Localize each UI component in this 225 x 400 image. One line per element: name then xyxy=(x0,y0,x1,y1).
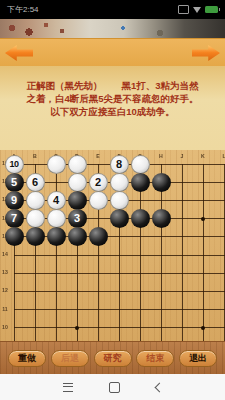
coord-number-12: 12 xyxy=(2,288,8,294)
status-bar: 下午2:54 xyxy=(0,0,225,19)
stone-C17: 4 xyxy=(47,191,66,210)
coord-letter-J: J xyxy=(179,154,185,160)
stone-F18 xyxy=(110,173,129,192)
clock: 下午2:54 xyxy=(7,4,39,15)
stone-B18: 6 xyxy=(26,173,45,192)
prev-arrow-icon[interactable] xyxy=(5,45,33,61)
stone-H16 xyxy=(152,209,171,228)
stone-D16: 3 xyxy=(68,209,87,228)
stone-B16 xyxy=(26,209,45,228)
wifi-icon xyxy=(193,7,201,13)
end-button[interactable]: 结束 xyxy=(136,350,174,367)
coord-number-10: 10 xyxy=(2,324,8,330)
back-icon[interactable] xyxy=(154,382,164,392)
grid-line-v-L xyxy=(224,164,225,341)
study-button[interactable]: 研究 xyxy=(94,350,132,367)
android-nav-bar xyxy=(0,374,225,400)
screenshot-icon xyxy=(178,5,189,14)
stone-C16 xyxy=(47,209,66,228)
stone-move-number: 3 xyxy=(74,213,80,224)
stone-move-number: 4 xyxy=(53,195,59,206)
instruction-line: 以下双方应接至白10成劫争。 xyxy=(0,105,225,118)
star-point-K16 xyxy=(201,217,205,221)
grid-line-h-14 xyxy=(14,255,225,256)
stone-A19: 10 xyxy=(5,155,24,174)
stone-F19: 8 xyxy=(110,155,129,174)
app-screen: 下午2:54 正解图（黑先劫） 黑1打、3粘为当然 之着，白4断后黑5尖是不容疏… xyxy=(0,0,225,400)
stone-A15 xyxy=(5,227,24,246)
stone-D19 xyxy=(68,155,87,174)
grid-line-h-11 xyxy=(14,309,225,310)
stone-E18: 2 xyxy=(89,173,108,192)
battery-icon xyxy=(205,6,218,13)
stone-G16 xyxy=(131,209,150,228)
star-point-D10 xyxy=(75,326,79,330)
stone-H18 xyxy=(152,173,171,192)
coord-letter-K: K xyxy=(200,154,206,160)
stone-E15 xyxy=(89,227,108,246)
stone-D15 xyxy=(68,227,87,246)
instruction-line: 正解图（黑先劫） 黑1打、3粘为当然 xyxy=(0,79,225,92)
star-point-K10 xyxy=(201,326,205,330)
control-bar: 重做 后退 研究 结束 退出 xyxy=(0,341,225,374)
home-icon[interactable] xyxy=(109,382,120,393)
stone-move-number: 10 xyxy=(9,160,18,169)
stone-A16: 7 xyxy=(5,209,24,228)
coord-letter-H: H xyxy=(158,154,164,160)
stone-E17 xyxy=(89,191,108,210)
coord-letter-E: E xyxy=(95,154,101,160)
instruction-line: 之着，白4断后黑5尖是不容疏忽的好手。 xyxy=(0,92,225,105)
grid-line-h-15 xyxy=(14,236,225,237)
coord-number-13: 13 xyxy=(2,270,8,276)
grid-line-v-K xyxy=(203,164,204,341)
coord-number-14: 14 xyxy=(2,252,8,258)
undo-button[interactable]: 后退 xyxy=(51,350,89,367)
stone-B15 xyxy=(26,227,45,246)
grid-line-h-12 xyxy=(14,291,225,292)
status-icons xyxy=(178,5,218,14)
redo-button[interactable]: 重做 xyxy=(8,350,46,367)
stone-C15 xyxy=(47,227,66,246)
coord-number-11: 11 xyxy=(2,306,8,312)
stone-B17 xyxy=(26,191,45,210)
go-board[interactable]: ABCDEFGHJKL19181716151413121110108562947… xyxy=(0,150,225,341)
stone-A18: 5 xyxy=(5,173,24,192)
menu-icon[interactable] xyxy=(63,383,73,392)
problem-nav-header xyxy=(0,38,225,66)
next-arrow-icon[interactable] xyxy=(192,45,220,61)
stone-move-number: 8 xyxy=(116,159,122,170)
grid-line-h-13 xyxy=(14,273,225,274)
stone-F16 xyxy=(110,209,129,228)
stone-G18 xyxy=(131,173,150,192)
coord-letter-B: B xyxy=(32,154,38,160)
painting-banner xyxy=(0,19,225,38)
stone-move-number: 9 xyxy=(11,195,17,206)
stone-G19 xyxy=(131,155,150,174)
stone-D17 xyxy=(68,191,87,210)
stone-F17 xyxy=(110,191,129,210)
stone-D18 xyxy=(68,173,87,192)
exit-button[interactable]: 退出 xyxy=(179,350,217,367)
coord-letter-L: L xyxy=(221,154,225,160)
instructions-panel: 正解图（黑先劫） 黑1打、3粘为当然 之着，白4断后黑5尖是不容疏忽的好手。 以… xyxy=(0,66,225,150)
stone-move-number: 6 xyxy=(32,177,38,188)
grid-line-h-10 xyxy=(14,327,225,328)
stone-C19 xyxy=(47,155,66,174)
stone-move-number: 7 xyxy=(11,213,17,224)
stone-move-number: 2 xyxy=(95,177,101,188)
stone-A17: 9 xyxy=(5,191,24,210)
grid-line-v-J xyxy=(182,164,183,341)
stone-move-number: 5 xyxy=(11,177,17,188)
